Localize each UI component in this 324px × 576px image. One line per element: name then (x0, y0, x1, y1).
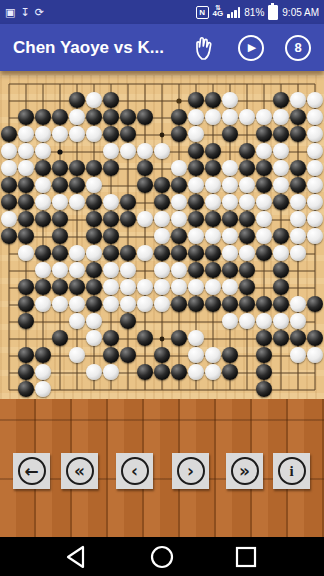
black-stone (239, 262, 255, 278)
black-stone (103, 160, 119, 176)
black-stone (256, 381, 272, 397)
white-stone (1, 160, 17, 176)
white-stone (69, 194, 85, 210)
white-stone (35, 143, 51, 159)
white-stone (307, 347, 323, 363)
white-stone (239, 177, 255, 193)
white-stone (120, 143, 136, 159)
black-stone (256, 177, 272, 193)
black-stone (69, 160, 85, 176)
black-stone (120, 347, 136, 363)
white-stone (307, 211, 323, 227)
white-stone (222, 177, 238, 193)
white-stone (69, 126, 85, 142)
black-stone (52, 177, 68, 193)
white-stone (52, 262, 68, 278)
white-stone (222, 279, 238, 295)
black-stone (52, 211, 68, 227)
white-stone (69, 313, 85, 329)
black-stone (1, 177, 17, 193)
white-stone (86, 92, 102, 108)
white-stone (120, 279, 136, 295)
battery-percent: 81% (244, 7, 264, 18)
double-chevron-right-icon: » (231, 457, 259, 485)
white-stone (290, 228, 306, 244)
black-stone (18, 177, 34, 193)
black-stone (256, 245, 272, 261)
white-stone (239, 245, 255, 261)
black-stone (120, 109, 136, 125)
white-stone (69, 245, 85, 261)
black-stone (273, 92, 289, 108)
white-stone (273, 143, 289, 159)
next-move-button[interactable]: › (172, 453, 209, 489)
black-stone (52, 330, 68, 346)
black-stone (154, 245, 170, 261)
black-stone (35, 160, 51, 176)
white-stone (35, 177, 51, 193)
black-stone (188, 92, 204, 108)
prev-move-button[interactable]: ‹ (116, 453, 153, 489)
white-stone (256, 143, 272, 159)
white-stone (222, 313, 238, 329)
white-stone (273, 313, 289, 329)
white-stone (86, 177, 102, 193)
black-stone (35, 347, 51, 363)
black-stone (205, 143, 221, 159)
white-stone (86, 313, 102, 329)
black-stone (18, 109, 34, 125)
black-stone (103, 92, 119, 108)
white-stone (205, 194, 221, 210)
back-triangle-icon[interactable] (64, 544, 90, 570)
black-stone (18, 211, 34, 227)
white-stone (256, 109, 272, 125)
white-stone (290, 296, 306, 312)
black-stone (222, 262, 238, 278)
black-stone (120, 126, 136, 142)
black-stone (86, 228, 102, 244)
black-stone (256, 126, 272, 142)
white-stone (137, 211, 153, 227)
black-stone (86, 262, 102, 278)
black-stone (273, 262, 289, 278)
black-stone (239, 228, 255, 244)
black-stone (103, 330, 119, 346)
black-stone (188, 194, 204, 210)
black-stone (171, 296, 187, 312)
black-stone (103, 109, 119, 125)
hoshi-dot (160, 133, 165, 138)
black-stone (239, 296, 255, 312)
white-stone (205, 177, 221, 193)
move-number-badge[interactable]: 8 (285, 35, 311, 61)
black-stone (137, 330, 153, 346)
white-stone (205, 347, 221, 363)
black-stone (86, 109, 102, 125)
black-stone (35, 245, 51, 261)
black-stone (188, 143, 204, 159)
black-stone (86, 279, 102, 295)
black-stone (171, 245, 187, 261)
black-stone (307, 330, 323, 346)
hoshi-dot (160, 337, 165, 342)
white-stone (35, 381, 51, 397)
black-stone (52, 279, 68, 295)
white-stone (205, 109, 221, 125)
dot-marker (57, 149, 62, 154)
black-stone (222, 347, 238, 363)
white-stone (222, 109, 238, 125)
nfc-icon: N (196, 6, 209, 19)
white-stone (137, 296, 153, 312)
black-stone (307, 296, 323, 312)
black-stone (256, 330, 272, 346)
black-stone (239, 160, 255, 176)
white-stone (171, 194, 187, 210)
black-stone (69, 92, 85, 108)
page-title: Chen Yaoye vs K... (0, 38, 164, 58)
black-stone (188, 211, 204, 227)
white-stone (222, 160, 238, 176)
black-stone (18, 194, 34, 210)
black-stone (69, 279, 85, 295)
double-chevron-left-icon: « (66, 457, 94, 485)
black-stone (120, 211, 136, 227)
white-stone (188, 177, 204, 193)
status-bar: ▣ ↧ ⟳ N ⇅4G 81% 9:05 AM (0, 0, 324, 24)
black-stone (171, 364, 187, 380)
white-stone (256, 211, 272, 227)
white-stone (188, 109, 204, 125)
white-stone (120, 262, 136, 278)
black-stone (256, 364, 272, 380)
white-stone (222, 92, 238, 108)
black-stone (69, 177, 85, 193)
white-stone (307, 160, 323, 176)
black-stone (273, 126, 289, 142)
black-stone (290, 160, 306, 176)
black-stone (290, 330, 306, 346)
download-icon: ↧ (20, 7, 29, 18)
white-stone (52, 194, 68, 210)
black-stone (273, 330, 289, 346)
white-stone (290, 313, 306, 329)
white-stone (35, 296, 51, 312)
white-stone (205, 279, 221, 295)
black-stone (188, 245, 204, 261)
play-circle-icon[interactable]: ▶ (238, 35, 264, 61)
play-glyph: ▶ (248, 41, 256, 54)
black-stone (239, 211, 255, 227)
black-stone (290, 109, 306, 125)
black-stone (137, 177, 153, 193)
go-to-start-button[interactable]: ← (13, 453, 50, 489)
white-stone (171, 211, 187, 227)
black-stone (256, 160, 272, 176)
white-stone (256, 194, 272, 210)
white-stone (86, 330, 102, 346)
black-stone (18, 279, 34, 295)
black-stone (1, 126, 17, 142)
black-stone (103, 211, 119, 227)
black-stone (239, 143, 255, 159)
recents-square-icon[interactable] (233, 544, 259, 570)
white-stone (171, 160, 187, 176)
black-stone (171, 330, 187, 346)
black-stone (18, 364, 34, 380)
white-stone (256, 313, 272, 329)
black-stone (103, 228, 119, 244)
black-stone (18, 347, 34, 363)
white-stone (290, 211, 306, 227)
white-stone (273, 109, 289, 125)
black-stone (154, 347, 170, 363)
android-nav-bar (0, 537, 324, 576)
black-stone (137, 109, 153, 125)
black-stone (171, 126, 187, 142)
black-stone (205, 245, 221, 261)
white-stone (273, 245, 289, 261)
white-stone (273, 177, 289, 193)
white-stone (137, 143, 153, 159)
mobile-data-icon: ⇅4G (213, 6, 224, 18)
black-stone (222, 126, 238, 142)
white-stone (103, 143, 119, 159)
info-button[interactable]: i (273, 453, 310, 489)
black-stone (188, 296, 204, 312)
white-stone (239, 109, 255, 125)
black-stone (137, 364, 153, 380)
back-arrow-icon: ← (18, 457, 46, 485)
black-stone (103, 347, 119, 363)
white-stone (188, 364, 204, 380)
floor-background: ← « ‹ › » i (0, 399, 324, 537)
black-stone (52, 160, 68, 176)
black-stone (205, 92, 221, 108)
white-stone (35, 262, 51, 278)
white-stone (307, 228, 323, 244)
black-stone (18, 296, 34, 312)
white-stone (222, 194, 238, 210)
phone-screen: ▣ ↧ ⟳ N ⇅4G 81% 9:05 AM Chen Yaoye vs K.… (0, 0, 324, 576)
white-stone (154, 228, 170, 244)
black-stone (1, 228, 17, 244)
black-stone (18, 313, 34, 329)
white-stone (290, 194, 306, 210)
black-stone (171, 177, 187, 193)
white-stone (290, 347, 306, 363)
black-stone (35, 279, 51, 295)
black-stone (120, 313, 136, 329)
black-stone (103, 126, 119, 142)
black-stone (120, 245, 136, 261)
black-stone (290, 126, 306, 142)
white-stone (35, 126, 51, 142)
white-stone (188, 347, 204, 363)
black-stone (205, 262, 221, 278)
battery-icon (268, 5, 278, 20)
white-stone (18, 245, 34, 261)
white-stone (103, 262, 119, 278)
white-stone (154, 296, 170, 312)
white-stone (35, 364, 51, 380)
black-stone (154, 177, 170, 193)
white-stone (103, 279, 119, 295)
black-stone (273, 296, 289, 312)
black-stone (205, 296, 221, 312)
clock: 9:05 AM (282, 7, 319, 18)
white-stone (69, 262, 85, 278)
hand-pointer-icon[interactable] (193, 35, 217, 61)
black-stone (188, 160, 204, 176)
white-stone (307, 194, 323, 210)
white-stone (86, 245, 102, 261)
title-bar: Chen Yaoye vs K... ▶ 8 (0, 24, 324, 71)
white-stone (205, 228, 221, 244)
black-stone (1, 194, 17, 210)
white-stone (188, 228, 204, 244)
chevron-right-icon: › (177, 457, 205, 485)
white-stone (307, 109, 323, 125)
white-stone (290, 92, 306, 108)
white-stone (69, 109, 85, 125)
white-stone (171, 279, 187, 295)
white-stone (307, 92, 323, 108)
black-stone (52, 228, 68, 244)
black-stone (35, 109, 51, 125)
white-stone (154, 211, 170, 227)
white-stone (1, 143, 17, 159)
fast-rewind-button[interactable]: « (61, 453, 98, 489)
white-stone (69, 347, 85, 363)
go-board[interactable] (0, 75, 324, 399)
black-stone (222, 364, 238, 380)
black-stone (86, 211, 102, 227)
white-stone (1, 211, 17, 227)
black-stone (18, 228, 34, 244)
white-stone (256, 228, 272, 244)
image-icon: ▣ (5, 7, 15, 18)
white-stone (222, 245, 238, 261)
black-stone (256, 347, 272, 363)
white-stone (239, 313, 255, 329)
black-stone (120, 194, 136, 210)
white-stone (273, 160, 289, 176)
black-stone (154, 364, 170, 380)
chevron-left-icon: ‹ (121, 457, 149, 485)
white-stone (35, 194, 51, 210)
white-stone (307, 177, 323, 193)
black-stone (171, 109, 187, 125)
black-stone (171, 228, 187, 244)
black-stone (205, 160, 221, 176)
white-stone (103, 194, 119, 210)
home-circle-icon[interactable] (149, 544, 175, 570)
white-stone (18, 126, 34, 142)
black-stone (18, 381, 34, 397)
white-stone (137, 245, 153, 261)
white-stone (188, 330, 204, 346)
black-stone (86, 194, 102, 210)
white-stone (69, 296, 85, 312)
black-stone (86, 296, 102, 312)
white-stone (239, 194, 255, 210)
white-stone (188, 279, 204, 295)
white-stone (52, 296, 68, 312)
status-left-icons: ▣ ↧ ⟳ (0, 7, 44, 18)
black-stone (35, 211, 51, 227)
white-stone (307, 143, 323, 159)
black-stone (154, 194, 170, 210)
black-stone (205, 211, 221, 227)
white-stone (205, 364, 221, 380)
white-stone (18, 143, 34, 159)
status-right-icons: N ⇅4G 81% 9:05 AM (196, 5, 324, 20)
white-stone (52, 126, 68, 142)
black-stone (290, 177, 306, 193)
white-stone (120, 296, 136, 312)
black-stone (137, 160, 153, 176)
black-stone (52, 245, 68, 261)
black-stone (256, 296, 272, 312)
white-stone (171, 262, 187, 278)
black-stone (52, 109, 68, 125)
black-stone (273, 279, 289, 295)
black-stone (188, 262, 204, 278)
white-stone (86, 364, 102, 380)
white-stone (290, 245, 306, 261)
black-stone (103, 245, 119, 261)
signal-bars-icon (227, 7, 240, 18)
white-stone (103, 364, 119, 380)
black-stone (222, 211, 238, 227)
black-stone (239, 279, 255, 295)
white-stone (18, 160, 34, 176)
black-stone (86, 160, 102, 176)
white-stone (154, 279, 170, 295)
white-stone (188, 126, 204, 142)
white-stone (222, 228, 238, 244)
black-stone (273, 228, 289, 244)
black-stone (222, 296, 238, 312)
white-stone (307, 126, 323, 142)
white-stone (154, 143, 170, 159)
knot-marker (176, 98, 181, 103)
white-stone (103, 296, 119, 312)
white-stone (154, 262, 170, 278)
sync-icon: ⟳ (35, 7, 44, 18)
fast-forward-button[interactable]: » (226, 453, 263, 489)
info-icon: i (278, 457, 306, 485)
black-stone (273, 194, 289, 210)
white-stone (86, 126, 102, 142)
white-stone (137, 279, 153, 295)
